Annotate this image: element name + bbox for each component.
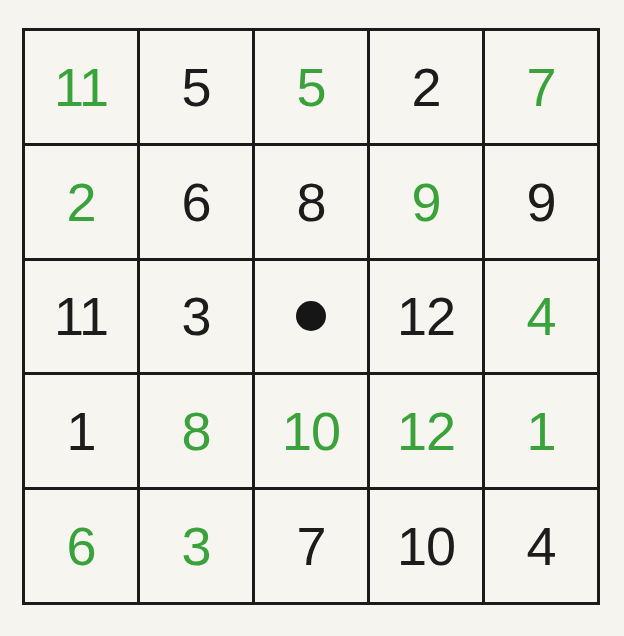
cell-r2c2[interactable]: 6 bbox=[140, 146, 252, 258]
cell-r1c3[interactable]: 5 bbox=[255, 31, 367, 143]
cell-number: 4 bbox=[526, 289, 555, 343]
cell-number: 3 bbox=[181, 289, 210, 343]
puzzle-board: 115527268991131241810121637104 bbox=[22, 28, 600, 605]
cell-r3c4[interactable]: 12 bbox=[370, 261, 482, 373]
cell-r3c3[interactable] bbox=[255, 261, 367, 373]
cell-number: 9 bbox=[526, 175, 555, 229]
cell-r1c1[interactable]: 11 bbox=[25, 31, 137, 143]
cell-r4c5[interactable]: 1 bbox=[485, 375, 597, 487]
cell-r1c5[interactable]: 7 bbox=[485, 31, 597, 143]
cell-number: 9 bbox=[411, 175, 440, 229]
cell-number: 7 bbox=[296, 519, 325, 573]
cell-number: 10 bbox=[282, 404, 340, 458]
cell-r1c4[interactable]: 2 bbox=[370, 31, 482, 143]
cell-number: 2 bbox=[66, 175, 95, 229]
cell-r4c1[interactable]: 1 bbox=[25, 375, 137, 487]
cell-number: 12 bbox=[397, 404, 455, 458]
cell-number: 1 bbox=[66, 404, 95, 458]
cell-r4c3[interactable]: 10 bbox=[255, 375, 367, 487]
cell-number: 11 bbox=[54, 289, 108, 343]
cell-r2c3[interactable]: 8 bbox=[255, 146, 367, 258]
cell-r5c4[interactable]: 10 bbox=[370, 490, 482, 602]
cell-number: 8 bbox=[181, 404, 210, 458]
cell-number: 12 bbox=[397, 289, 455, 343]
cell-r1c2[interactable]: 5 bbox=[140, 31, 252, 143]
cell-r4c2[interactable]: 8 bbox=[140, 375, 252, 487]
cell-r5c3[interactable]: 7 bbox=[255, 490, 367, 602]
cell-r2c1[interactable]: 2 bbox=[25, 146, 137, 258]
dot-marker bbox=[296, 301, 326, 331]
cell-number: 6 bbox=[66, 519, 95, 573]
cell-r5c1[interactable]: 6 bbox=[25, 490, 137, 602]
cell-number: 2 bbox=[411, 60, 440, 114]
cell-r5c2[interactable]: 3 bbox=[140, 490, 252, 602]
cell-number: 5 bbox=[296, 60, 325, 114]
cell-r5c5[interactable]: 4 bbox=[485, 490, 597, 602]
cell-number: 3 bbox=[181, 519, 210, 573]
cell-number: 1 bbox=[526, 404, 555, 458]
cell-number: 7 bbox=[526, 60, 555, 114]
cell-r3c5[interactable]: 4 bbox=[485, 261, 597, 373]
cell-r4c4[interactable]: 12 bbox=[370, 375, 482, 487]
cell-r2c4[interactable]: 9 bbox=[370, 146, 482, 258]
cell-number: 8 bbox=[296, 175, 325, 229]
cell-number: 4 bbox=[526, 519, 555, 573]
cell-number: 10 bbox=[397, 519, 455, 573]
cell-r3c1[interactable]: 11 bbox=[25, 261, 137, 373]
cell-number: 11 bbox=[54, 60, 108, 114]
cell-number: 5 bbox=[181, 60, 210, 114]
cell-number: 6 bbox=[181, 175, 210, 229]
cell-r3c2[interactable]: 3 bbox=[140, 261, 252, 373]
cell-r2c5[interactable]: 9 bbox=[485, 146, 597, 258]
